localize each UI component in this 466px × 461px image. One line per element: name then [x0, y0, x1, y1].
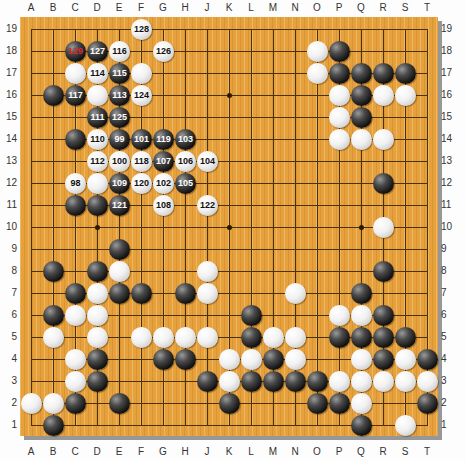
stone-white-C6[interactable] [65, 305, 86, 326]
stone-white-H5[interactable] [175, 327, 196, 348]
coord-left-16: 16 [3, 89, 17, 100]
coord-top-J: J [199, 2, 215, 13]
stone-white-Q3[interactable] [351, 371, 372, 392]
stone-white-O17[interactable] [307, 63, 328, 84]
coord-bottom-D: D [89, 446, 105, 457]
stone-black-P2[interactable] [329, 393, 350, 414]
stone-white-D13[interactable]: 112 [87, 151, 108, 172]
coord-bottom-J: J [199, 446, 215, 457]
coord-left-2: 2 [3, 397, 17, 408]
stone-black-P18[interactable] [329, 41, 350, 62]
stone-black-Q17[interactable] [351, 63, 372, 84]
move-number: 118 [134, 157, 149, 166]
stone-white-D12[interactable] [87, 173, 108, 194]
stone-white-C17[interactable] [65, 63, 86, 84]
stone-white-D14[interactable]: 110 [87, 129, 108, 150]
stone-black-D15[interactable]: 111 [87, 107, 108, 128]
coord-left-19: 19 [3, 23, 17, 34]
coord-bottom-H: H [177, 446, 193, 457]
move-number: 114 [90, 69, 105, 78]
stone-white-J5[interactable] [197, 327, 218, 348]
coord-bottom-C: C [67, 446, 83, 457]
stone-white-S16[interactable] [395, 85, 416, 106]
stone-black-O3[interactable] [307, 371, 328, 392]
move-number: 122 [200, 201, 215, 210]
move-number: 126 [156, 47, 171, 56]
stone-black-D3[interactable] [87, 371, 108, 392]
stone-black-H12[interactable]: 105 [175, 173, 196, 194]
stone-black-B8[interactable] [43, 261, 64, 282]
stone-white-F19[interactable]: 128 [131, 19, 152, 40]
coord-right-5: 5 [441, 331, 455, 342]
move-number: 112 [90, 157, 105, 166]
coord-bottom-S: S [397, 446, 413, 457]
stone-black-J3[interactable] [197, 371, 218, 392]
move-number: 107 [156, 157, 171, 166]
stone-black-R6[interactable] [373, 305, 394, 326]
stone-white-K3[interactable] [219, 371, 240, 392]
coord-top-M: M [265, 2, 281, 13]
coord-top-G: G [155, 2, 171, 13]
stone-black-C2[interactable] [65, 393, 86, 414]
stone-white-E8[interactable] [109, 261, 130, 282]
stone-black-L5[interactable] [241, 327, 262, 348]
coord-left-11: 11 [3, 199, 17, 210]
stone-white-Q4[interactable] [351, 349, 372, 370]
move-number: 110 [90, 135, 105, 144]
stone-black-E7[interactable] [109, 283, 130, 304]
coord-left-17: 17 [3, 67, 17, 78]
coord-right-7: 7 [441, 287, 455, 298]
coord-right-15: 15 [441, 111, 455, 122]
move-number: 124 [134, 91, 149, 100]
stone-white-R10[interactable] [373, 217, 394, 238]
stone-white-J7[interactable] [197, 283, 218, 304]
coord-bottom-G: G [155, 446, 171, 457]
move-number: 98 [70, 179, 80, 188]
coord-top-C: C [67, 2, 83, 13]
coord-bottom-O: O [309, 446, 325, 457]
move-number: 101 [134, 135, 149, 144]
move-number: 120 [134, 179, 149, 188]
stone-black-C18[interactable]: 129 [65, 41, 86, 62]
coord-left-14: 14 [3, 133, 17, 144]
coord-right-11: 11 [441, 199, 455, 210]
coord-right-17: 17 [441, 67, 455, 78]
stone-white-J11[interactable]: 122 [197, 195, 218, 216]
coord-bottom-L: L [243, 446, 259, 457]
coord-top-S: S [397, 2, 413, 13]
stone-white-F12[interactable]: 120 [131, 173, 152, 194]
move-number: 119 [156, 135, 171, 144]
stone-black-G4[interactable] [153, 349, 174, 370]
stone-white-F13[interactable]: 118 [131, 151, 152, 172]
move-number: 106 [178, 157, 193, 166]
move-number: 128 [134, 25, 149, 34]
stone-white-G12[interactable]: 102 [153, 173, 174, 194]
stone-white-J13[interactable]: 104 [197, 151, 218, 172]
coord-top-K: K [221, 2, 237, 13]
stone-black-Q7[interactable] [351, 283, 372, 304]
stone-white-F17[interactable] [131, 63, 152, 84]
coord-top-T: T [419, 2, 435, 13]
grid-line [31, 249, 428, 250]
move-number: 104 [200, 157, 215, 166]
stone-white-C4[interactable] [65, 349, 86, 370]
coord-left-12: 12 [3, 177, 17, 188]
move-number: 113 [112, 91, 127, 100]
move-number: 100 [112, 157, 127, 166]
stone-black-S17[interactable] [395, 63, 416, 84]
stone-black-H4[interactable] [175, 349, 196, 370]
stone-black-B1[interactable] [43, 415, 64, 436]
coord-left-7: 7 [3, 287, 17, 298]
coord-bottom-P: P [331, 446, 347, 457]
stone-black-S5[interactable] [395, 327, 416, 348]
stone-white-P3[interactable] [329, 371, 350, 392]
coord-bottom-K: K [221, 446, 237, 457]
stone-black-K2[interactable] [219, 393, 240, 414]
stone-black-M3[interactable] [263, 371, 284, 392]
coord-top-Q: Q [353, 2, 369, 13]
stone-black-R5[interactable] [373, 327, 394, 348]
move-number: 117 [68, 91, 83, 100]
coord-top-O: O [309, 2, 325, 13]
coord-left-8: 8 [3, 265, 17, 276]
stone-white-N5[interactable] [285, 327, 306, 348]
stone-white-T3[interactable] [417, 371, 438, 392]
stone-white-P16[interactable] [329, 85, 350, 106]
stone-black-E12[interactable]: 109 [109, 173, 130, 194]
coord-right-9: 9 [441, 243, 455, 254]
stone-black-M4[interactable] [263, 349, 284, 370]
stone-black-R8[interactable] [373, 261, 394, 282]
coord-bottom-A: A [23, 446, 39, 457]
coord-top-P: P [331, 2, 347, 13]
stone-white-F5[interactable] [131, 327, 152, 348]
coord-bottom-Q: Q [353, 446, 369, 457]
move-number: 109 [112, 179, 127, 188]
stone-black-R12[interactable] [373, 173, 394, 194]
stone-white-P6[interactable] [329, 305, 350, 326]
coord-right-2: 2 [441, 397, 455, 408]
move-number: 116 [112, 47, 127, 56]
stone-black-Q5[interactable] [351, 327, 372, 348]
stone-white-G18[interactable]: 126 [153, 41, 174, 62]
coord-top-B: B [45, 2, 61, 13]
coord-top-D: D [89, 2, 105, 13]
stone-black-C7[interactable] [65, 283, 86, 304]
coord-left-3: 3 [3, 375, 17, 386]
stone-black-F7[interactable] [131, 283, 152, 304]
stone-white-S3[interactable] [395, 371, 416, 392]
stone-white-C3[interactable] [65, 371, 86, 392]
stone-white-F16[interactable]: 124 [131, 85, 152, 106]
move-number: 99 [114, 135, 124, 144]
coord-right-1: 1 [441, 419, 455, 430]
coord-left-18: 18 [3, 45, 17, 56]
move-number: 105 [178, 179, 193, 188]
coord-bottom-F: F [133, 446, 149, 457]
stone-black-Q15[interactable] [351, 107, 372, 128]
coord-bottom-B: B [45, 446, 61, 457]
coord-right-18: 18 [441, 45, 455, 56]
move-number: 115 [112, 69, 127, 78]
stone-black-E16[interactable]: 113 [109, 85, 130, 106]
stone-black-R17[interactable] [373, 63, 394, 84]
stone-black-C14[interactable] [65, 129, 86, 150]
stone-black-H14[interactable]: 103 [175, 129, 196, 150]
stone-black-L3[interactable] [241, 371, 262, 392]
stone-white-O18[interactable] [307, 41, 328, 62]
coord-top-E: E [111, 2, 127, 13]
move-number: 108 [156, 201, 171, 210]
stone-white-B2[interactable] [43, 393, 64, 414]
coord-right-6: 6 [441, 309, 455, 320]
coord-right-10: 10 [441, 221, 455, 232]
move-number: 121 [112, 201, 127, 210]
stone-white-A2[interactable] [21, 393, 42, 414]
go-board[interactable]: 1281291271161261141151171131241111251109… [20, 17, 438, 436]
coord-left-5: 5 [3, 331, 17, 342]
stone-black-B6[interactable] [43, 305, 64, 326]
stone-black-G14[interactable]: 119 [153, 129, 174, 150]
stone-black-T2[interactable] [417, 393, 438, 414]
stone-black-D11[interactable] [87, 195, 108, 216]
stone-black-G13[interactable]: 107 [153, 151, 174, 172]
stone-white-J8[interactable] [197, 261, 218, 282]
move-number: 103 [178, 135, 193, 144]
coord-left-4: 4 [3, 353, 17, 364]
coord-top-F: F [133, 2, 149, 13]
stone-white-D6[interactable] [87, 305, 108, 326]
stone-white-D7[interactable] [87, 283, 108, 304]
go-board-window: 1281291271161261141151171131241111251109… [0, 0, 466, 461]
stone-black-R4[interactable] [373, 349, 394, 370]
stone-white-N4[interactable] [285, 349, 306, 370]
move-number: 127 [90, 47, 105, 56]
stone-white-Q6[interactable] [351, 305, 372, 326]
stone-black-D8[interactable] [87, 261, 108, 282]
stone-white-R16[interactable] [373, 85, 394, 106]
move-number: 102 [156, 179, 171, 188]
stone-white-D5[interactable] [87, 327, 108, 348]
stone-black-P17[interactable] [329, 63, 350, 84]
coord-right-4: 4 [441, 353, 455, 364]
stone-black-B16[interactable] [43, 85, 64, 106]
stone-black-E11[interactable]: 121 [109, 195, 130, 216]
stone-black-Q1[interactable] [351, 415, 372, 436]
stone-white-R3[interactable] [373, 371, 394, 392]
stone-white-P15[interactable] [329, 107, 350, 128]
stone-black-E2[interactable] [109, 393, 130, 414]
stone-white-H13[interactable]: 106 [175, 151, 196, 172]
coord-left-1: 1 [3, 419, 17, 430]
stone-white-S1[interactable] [395, 415, 416, 436]
coord-left-13: 13 [3, 155, 17, 166]
coord-right-3: 3 [441, 375, 455, 386]
coord-left-9: 9 [3, 243, 17, 254]
coord-right-8: 8 [441, 265, 455, 276]
stone-white-K4[interactable] [219, 349, 240, 370]
stone-white-C12[interactable]: 98 [65, 173, 86, 194]
stone-white-Q14[interactable] [351, 129, 372, 150]
stone-black-H7[interactable] [175, 283, 196, 304]
stone-black-D4[interactable] [87, 349, 108, 370]
coord-right-19: 19 [441, 23, 455, 34]
move-number: 111 [90, 113, 104, 122]
star-point [95, 225, 100, 230]
coord-right-13: 13 [441, 155, 455, 166]
move-number: 129 [68, 47, 83, 56]
stone-white-G11[interactable]: 108 [153, 195, 174, 216]
coord-left-6: 6 [3, 309, 17, 320]
stone-white-M5[interactable] [263, 327, 284, 348]
star-point [227, 93, 232, 98]
stone-white-E13[interactable]: 100 [109, 151, 130, 172]
stone-black-L6[interactable] [241, 305, 262, 326]
coord-bottom-M: M [265, 446, 281, 457]
stone-black-Q16[interactable] [351, 85, 372, 106]
stone-black-E17[interactable]: 115 [109, 63, 130, 84]
coord-bottom-E: E [111, 446, 127, 457]
coord-top-R: R [375, 2, 391, 13]
stone-black-N3[interactable] [285, 371, 306, 392]
coord-top-H: H [177, 2, 193, 13]
stone-black-E9[interactable] [109, 239, 130, 260]
stone-black-E15[interactable]: 125 [109, 107, 130, 128]
stone-white-D16[interactable] [87, 85, 108, 106]
coord-right-16: 16 [441, 89, 455, 100]
coord-bottom-N: N [287, 446, 303, 457]
stone-white-S4[interactable] [395, 349, 416, 370]
stone-white-P14[interactable] [329, 129, 350, 150]
coord-top-A: A [23, 2, 39, 13]
stone-white-R14[interactable] [373, 129, 394, 150]
stone-black-P5[interactable] [329, 327, 350, 348]
coord-bottom-R: R [375, 446, 391, 457]
stone-white-L4[interactable] [241, 349, 262, 370]
coord-left-10: 10 [3, 221, 17, 232]
coord-top-L: L [243, 2, 259, 13]
stone-black-E14[interactable]: 99 [109, 129, 130, 150]
stone-black-O2[interactable] [307, 393, 328, 414]
stone-white-E18[interactable]: 116 [109, 41, 130, 62]
star-point [359, 225, 364, 230]
stone-black-C11[interactable] [65, 195, 86, 216]
stone-black-D18[interactable]: 127 [87, 41, 108, 62]
star-point [227, 225, 232, 230]
stone-black-C16[interactable]: 117 [65, 85, 86, 106]
coord-bottom-T: T [419, 446, 435, 457]
coord-right-14: 14 [441, 133, 455, 144]
stone-white-D17[interactable]: 114 [87, 63, 108, 84]
coord-top-N: N [287, 2, 303, 13]
coord-left-15: 15 [3, 111, 17, 122]
grid-line [317, 29, 318, 426]
stone-white-Q2[interactable] [351, 393, 372, 414]
stone-white-B5[interactable] [43, 327, 64, 348]
move-number: 125 [112, 113, 127, 122]
stone-white-G5[interactable] [153, 327, 174, 348]
stone-black-T4[interactable] [417, 349, 438, 370]
stone-black-F14[interactable]: 101 [131, 129, 152, 150]
coord-right-12: 12 [441, 177, 455, 188]
stone-white-N7[interactable] [285, 283, 306, 304]
